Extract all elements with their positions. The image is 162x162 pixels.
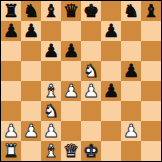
square-h4[interactable]: [141, 81, 161, 101]
chess-board: ♜♞♝♛♚♞♝♟♟♟♟♟♞♟♝♟♟♟♞♟♟♟♟♜♝♛♚: [0, 0, 162, 162]
white-rook[interactable]: ♜: [3, 141, 19, 161]
square-g8[interactable]: ♞: [121, 1, 141, 21]
black-pawn[interactable]: ♟: [63, 41, 79, 61]
white-pawn[interactable]: ♟: [63, 81, 79, 101]
square-a2[interactable]: ♟: [1, 121, 21, 141]
square-g3[interactable]: [121, 101, 141, 121]
square-g7[interactable]: [121, 21, 141, 41]
white-pawn[interactable]: ♟: [23, 121, 39, 141]
square-b3[interactable]: [21, 101, 41, 121]
black-knight[interactable]: ♞: [123, 1, 139, 21]
white-queen[interactable]: ♛: [63, 141, 79, 161]
square-h1[interactable]: [141, 141, 161, 161]
black-bishop[interactable]: ♝: [43, 1, 59, 21]
black-bishop[interactable]: ♝: [143, 1, 159, 21]
square-d1[interactable]: ♛: [61, 141, 81, 161]
square-e4[interactable]: ♟: [81, 81, 101, 101]
square-e1[interactable]: ♚: [81, 141, 101, 161]
square-e3[interactable]: [81, 101, 101, 121]
square-d2[interactable]: [61, 121, 81, 141]
black-king[interactable]: ♚: [83, 1, 99, 21]
square-f3[interactable]: [101, 101, 121, 121]
square-e7[interactable]: [81, 21, 101, 41]
square-e8[interactable]: ♚: [81, 1, 101, 21]
white-pawn[interactable]: ♟: [43, 121, 59, 141]
square-h6[interactable]: [141, 41, 161, 61]
square-a8[interactable]: ♜: [1, 1, 21, 21]
square-b1[interactable]: [21, 141, 41, 161]
black-pawn[interactable]: ♟: [103, 21, 119, 41]
square-f5[interactable]: [101, 61, 121, 81]
square-f2[interactable]: [101, 121, 121, 141]
square-h8[interactable]: ♝: [141, 1, 161, 21]
square-a3[interactable]: [1, 101, 21, 121]
square-f6[interactable]: [101, 41, 121, 61]
square-g6[interactable]: [121, 41, 141, 61]
square-b7[interactable]: ♟: [21, 21, 41, 41]
square-f1[interactable]: [101, 141, 121, 161]
square-d8[interactable]: ♛: [61, 1, 81, 21]
white-bishop[interactable]: ♝: [43, 141, 59, 161]
square-e2[interactable]: [81, 121, 101, 141]
square-d4[interactable]: ♟: [61, 81, 81, 101]
square-c5[interactable]: [41, 61, 61, 81]
square-c6[interactable]: ♟: [41, 41, 61, 61]
square-f8[interactable]: [101, 1, 121, 21]
white-pawn[interactable]: ♟: [123, 121, 139, 141]
square-b8[interactable]: ♞: [21, 1, 41, 21]
black-pawn[interactable]: ♟: [103, 81, 119, 101]
square-g1[interactable]: [121, 141, 141, 161]
white-king[interactable]: ♚: [83, 141, 99, 161]
square-g4[interactable]: [121, 81, 141, 101]
white-knight[interactable]: ♞: [83, 61, 99, 81]
square-c7[interactable]: [41, 21, 61, 41]
white-pawn[interactable]: ♟: [83, 81, 99, 101]
black-pawn[interactable]: ♟: [3, 21, 19, 41]
square-g2[interactable]: ♟: [121, 121, 141, 141]
square-b2[interactable]: ♟: [21, 121, 41, 141]
square-e5[interactable]: ♞: [81, 61, 101, 81]
black-pawn[interactable]: ♟: [43, 41, 59, 61]
square-f4[interactable]: ♟: [101, 81, 121, 101]
square-a7[interactable]: ♟: [1, 21, 21, 41]
black-knight[interactable]: ♞: [23, 1, 39, 21]
square-d7[interactable]: [61, 21, 81, 41]
square-h5[interactable]: [141, 61, 161, 81]
black-rook[interactable]: ♜: [3, 1, 19, 21]
square-h3[interactable]: [141, 101, 161, 121]
square-a1[interactable]: ♜: [1, 141, 21, 161]
square-c3[interactable]: ♞: [41, 101, 61, 121]
square-e6[interactable]: [81, 41, 101, 61]
square-a6[interactable]: [1, 41, 21, 61]
square-d6[interactable]: ♟: [61, 41, 81, 61]
square-d3[interactable]: [61, 101, 81, 121]
square-a4[interactable]: [1, 81, 21, 101]
black-pawn[interactable]: ♟: [23, 21, 39, 41]
white-knight[interactable]: ♞: [43, 101, 59, 121]
square-f7[interactable]: ♟: [101, 21, 121, 41]
square-b6[interactable]: [21, 41, 41, 61]
square-g5[interactable]: ♟: [121, 61, 141, 81]
square-c8[interactable]: ♝: [41, 1, 61, 21]
black-pawn[interactable]: ♟: [123, 61, 139, 81]
white-bishop[interactable]: ♝: [43, 81, 59, 101]
square-h7[interactable]: [141, 21, 161, 41]
white-pawn[interactable]: ♟: [3, 121, 19, 141]
square-c1[interactable]: ♝: [41, 141, 61, 161]
square-h2[interactable]: [141, 121, 161, 141]
square-b5[interactable]: [21, 61, 41, 81]
square-c4[interactable]: ♝: [41, 81, 61, 101]
black-queen[interactable]: ♛: [63, 1, 79, 21]
square-d5[interactable]: [61, 61, 81, 81]
square-b4[interactable]: [21, 81, 41, 101]
square-c2[interactable]: ♟: [41, 121, 61, 141]
square-a5[interactable]: [1, 61, 21, 81]
